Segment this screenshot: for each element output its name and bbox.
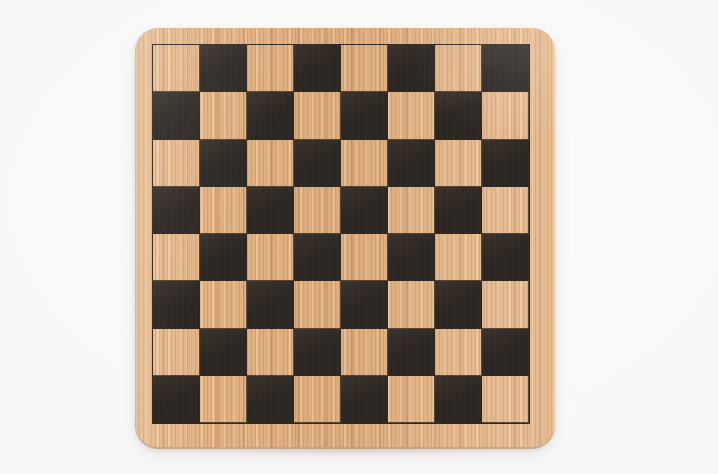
square-a8 <box>153 45 200 92</box>
square-g7 <box>435 92 482 139</box>
square-h1 <box>482 376 529 423</box>
board-grid <box>153 45 529 423</box>
square-a6 <box>153 140 200 187</box>
square-h5 <box>482 187 529 234</box>
square-a4 <box>153 234 200 281</box>
square-h4 <box>482 234 529 281</box>
square-e1 <box>341 376 388 423</box>
square-d2 <box>294 329 341 376</box>
square-d5 <box>294 187 341 234</box>
square-b2 <box>200 329 247 376</box>
square-h6 <box>482 140 529 187</box>
square-f4 <box>388 234 435 281</box>
square-c8 <box>247 45 294 92</box>
square-f1 <box>388 376 435 423</box>
square-g4 <box>435 234 482 281</box>
square-e6 <box>341 140 388 187</box>
square-f7 <box>388 92 435 139</box>
square-g3 <box>435 281 482 328</box>
square-a7 <box>153 92 200 139</box>
square-d1 <box>294 376 341 423</box>
square-b7 <box>200 92 247 139</box>
square-a2 <box>153 329 200 376</box>
square-e4 <box>341 234 388 281</box>
square-d8 <box>294 45 341 92</box>
square-g6 <box>435 140 482 187</box>
square-f8 <box>388 45 435 92</box>
square-g2 <box>435 329 482 376</box>
square-c5 <box>247 187 294 234</box>
square-b5 <box>200 187 247 234</box>
square-d3 <box>294 281 341 328</box>
square-b1 <box>200 376 247 423</box>
square-c2 <box>247 329 294 376</box>
square-e8 <box>341 45 388 92</box>
square-c7 <box>247 92 294 139</box>
square-h2 <box>482 329 529 376</box>
square-f5 <box>388 187 435 234</box>
square-f6 <box>388 140 435 187</box>
square-c4 <box>247 234 294 281</box>
square-b4 <box>200 234 247 281</box>
square-d7 <box>294 92 341 139</box>
square-g1 <box>435 376 482 423</box>
square-a1 <box>153 376 200 423</box>
square-e5 <box>341 187 388 234</box>
square-f2 <box>388 329 435 376</box>
square-c1 <box>247 376 294 423</box>
square-b8 <box>200 45 247 92</box>
board-inner-border <box>152 44 530 424</box>
square-h8 <box>482 45 529 92</box>
square-b6 <box>200 140 247 187</box>
square-d6 <box>294 140 341 187</box>
square-b3 <box>200 281 247 328</box>
square-g8 <box>435 45 482 92</box>
square-e3 <box>341 281 388 328</box>
photo-background <box>0 0 718 474</box>
square-f3 <box>388 281 435 328</box>
square-e7 <box>341 92 388 139</box>
square-e2 <box>341 329 388 376</box>
square-g5 <box>435 187 482 234</box>
square-h3 <box>482 281 529 328</box>
square-h7 <box>482 92 529 139</box>
square-c3 <box>247 281 294 328</box>
square-d4 <box>294 234 341 281</box>
square-c6 <box>247 140 294 187</box>
wooden-board <box>135 28 555 447</box>
square-a5 <box>153 187 200 234</box>
square-a3 <box>153 281 200 328</box>
